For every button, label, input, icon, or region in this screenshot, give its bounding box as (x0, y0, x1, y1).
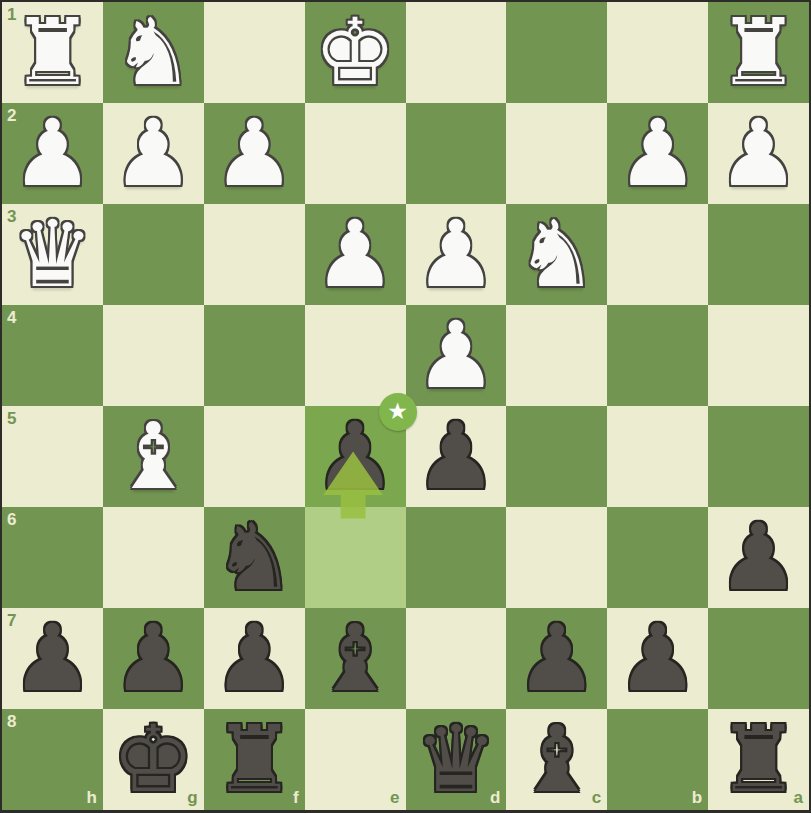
square-d6[interactable] (406, 507, 507, 608)
square-f7[interactable]: ♟ (204, 608, 305, 709)
black-queen-d8[interactable]: ♛ (406, 709, 507, 810)
square-a7[interactable] (708, 608, 809, 709)
white-king-e1[interactable]: ♚ (305, 2, 406, 103)
square-b7[interactable]: ♟ (607, 608, 708, 709)
white-pawn-f2[interactable]: ♟ (204, 103, 305, 204)
square-c7[interactable]: ♟ (506, 608, 607, 709)
square-f4[interactable] (204, 305, 305, 406)
square-e1[interactable]: ♚ (305, 2, 406, 103)
square-c5[interactable] (506, 406, 607, 507)
square-c6[interactable] (506, 507, 607, 608)
square-b5[interactable] (607, 406, 708, 507)
square-c3[interactable]: ♞ (506, 204, 607, 305)
white-bishop-g5[interactable]: ♝ (103, 406, 204, 507)
square-b8[interactable]: b (607, 709, 708, 810)
square-h1[interactable]: 1♜ (2, 2, 103, 103)
square-a8[interactable]: a♜ (708, 709, 809, 810)
square-h6[interactable]: 6 (2, 507, 103, 608)
square-b4[interactable] (607, 305, 708, 406)
white-pawn-d4[interactable]: ♟ (406, 305, 507, 406)
black-pawn-b7[interactable]: ♟ (607, 608, 708, 709)
square-g8[interactable]: g♚ (103, 709, 204, 810)
square-d4[interactable]: ♟ (406, 305, 507, 406)
file-label-h: h (86, 789, 96, 806)
white-queen-h3[interactable]: ♛ (2, 204, 103, 305)
black-knight-f6[interactable]: ♞ (204, 507, 305, 608)
file-label-b: b (692, 789, 702, 806)
square-d5[interactable]: ♟ (406, 406, 507, 507)
square-g1[interactable]: ♞ (103, 2, 204, 103)
square-c8[interactable]: c♝ (506, 709, 607, 810)
square-a5[interactable] (708, 406, 809, 507)
square-c2[interactable] (506, 103, 607, 204)
white-pawn-d3[interactable]: ♟ (406, 204, 507, 305)
black-rook-f8[interactable]: ♜ (204, 709, 305, 810)
white-knight-c3[interactable]: ♞ (506, 204, 607, 305)
square-e2[interactable] (305, 103, 406, 204)
square-g3[interactable] (103, 204, 204, 305)
square-d1[interactable] (406, 2, 507, 103)
square-d8[interactable]: d♛ (406, 709, 507, 810)
file-label-e: e (390, 789, 399, 806)
square-a3[interactable] (708, 204, 809, 305)
black-pawn-e5[interactable]: ♟ (305, 406, 406, 507)
black-pawn-d5[interactable]: ♟ (406, 406, 507, 507)
black-pawn-a6[interactable]: ♟ (708, 507, 809, 608)
black-king-g8[interactable]: ♚ (103, 709, 204, 810)
black-bishop-c8[interactable]: ♝ (506, 709, 607, 810)
square-g6[interactable] (103, 507, 204, 608)
square-h2[interactable]: 2♟ (2, 103, 103, 204)
square-d2[interactable] (406, 103, 507, 204)
square-a1[interactable]: ♜ (708, 2, 809, 103)
square-d7[interactable] (406, 608, 507, 709)
square-g5[interactable]: ♝ (103, 406, 204, 507)
white-pawn-h2[interactable]: ♟ (2, 103, 103, 204)
square-b6[interactable] (607, 507, 708, 608)
square-e4[interactable] (305, 305, 406, 406)
black-pawn-f7[interactable]: ♟ (204, 608, 305, 709)
square-h5[interactable]: 5 (2, 406, 103, 507)
black-bishop-e7[interactable]: ♝ (305, 608, 406, 709)
square-f5[interactable] (204, 406, 305, 507)
square-a4[interactable] (708, 305, 809, 406)
white-knight-g1[interactable]: ♞ (103, 2, 204, 103)
chess-board: 1♜♞♚♜2♟♟♟♟♟3♛♟♟♞4♟5♝♟♟6♞♟7♟♟♟♝♟♟8hg♚f♜ed… (0, 0, 811, 813)
square-f8[interactable]: f♜ (204, 709, 305, 810)
square-h8[interactable]: 8h (2, 709, 103, 810)
square-g4[interactable] (103, 305, 204, 406)
square-c4[interactable] (506, 305, 607, 406)
rank-label-6: 6 (7, 511, 16, 528)
white-pawn-b2[interactable]: ♟ (607, 103, 708, 204)
chess-board-grid: 1♜♞♚♜2♟♟♟♟♟3♛♟♟♞4♟5♝♟♟6♞♟7♟♟♟♝♟♟8hg♚f♜ed… (2, 2, 809, 810)
white-pawn-e3[interactable]: ♟ (305, 204, 406, 305)
square-h7[interactable]: 7♟ (2, 608, 103, 709)
square-e3[interactable]: ♟ (305, 204, 406, 305)
square-f3[interactable] (204, 204, 305, 305)
rank-label-8: 8 (7, 713, 16, 730)
square-e7[interactable]: ♝ (305, 608, 406, 709)
square-d3[interactable]: ♟ (406, 204, 507, 305)
black-rook-a8[interactable]: ♜ (708, 709, 809, 810)
square-e6[interactable] (305, 507, 406, 608)
rank-label-5: 5 (7, 410, 16, 427)
square-a2[interactable]: ♟ (708, 103, 809, 204)
square-c1[interactable] (506, 2, 607, 103)
square-a6[interactable]: ♟ (708, 507, 809, 608)
black-pawn-g7[interactable]: ♟ (103, 608, 204, 709)
square-h4[interactable]: 4 (2, 305, 103, 406)
square-f2[interactable]: ♟ (204, 103, 305, 204)
square-f1[interactable] (204, 2, 305, 103)
white-rook-a1[interactable]: ♜ (708, 2, 809, 103)
white-rook-h1[interactable]: ♜ (2, 2, 103, 103)
square-b1[interactable] (607, 2, 708, 103)
white-pawn-a2[interactable]: ♟ (708, 103, 809, 204)
black-pawn-h7[interactable]: ♟ (2, 608, 103, 709)
square-g7[interactable]: ♟ (103, 608, 204, 709)
last-move-highlight-e6 (305, 507, 406, 608)
square-e5[interactable]: ♟ (305, 406, 406, 507)
rank-label-4: 4 (7, 309, 16, 326)
square-e8[interactable]: e (305, 709, 406, 810)
square-g2[interactable]: ♟ (103, 103, 204, 204)
square-h3[interactable]: 3♛ (2, 204, 103, 305)
square-f6[interactable]: ♞ (204, 507, 305, 608)
white-pawn-g2[interactable]: ♟ (103, 103, 204, 204)
square-b2[interactable]: ♟ (607, 103, 708, 204)
square-b3[interactable] (607, 204, 708, 305)
black-pawn-c7[interactable]: ♟ (506, 608, 607, 709)
